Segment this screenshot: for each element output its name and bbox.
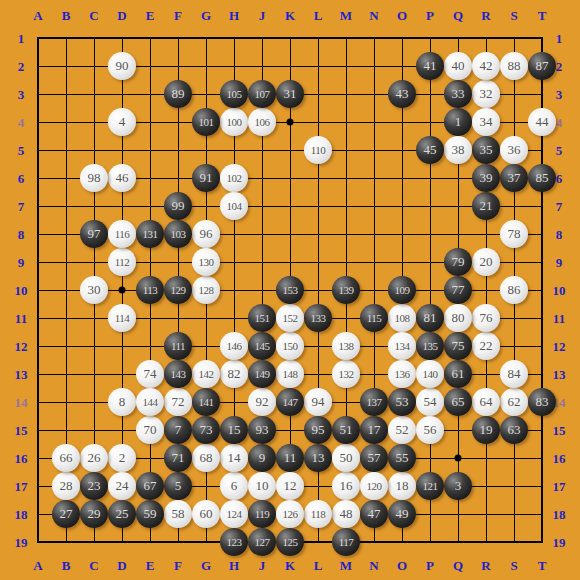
stone-H15-move-15[interactable]: 15 [220,416,248,444]
stone-M17-move-16[interactable]: 16 [332,472,360,500]
stone-F10-move-129[interactable]: 129 [164,276,192,304]
stone-move-number: 101 [199,116,214,128]
stone-J4-move-106[interactable]: 106 [248,108,276,136]
stone-move-number: 17 [368,422,381,438]
stone-M19-move-117[interactable]: 117 [332,528,360,556]
stone-move-number: 19 [480,422,493,438]
stone-G8-move-96[interactable]: 96 [192,220,220,248]
stone-G16-move-68[interactable]: 68 [192,444,220,472]
stone-L5-move-110[interactable]: 110 [304,136,332,164]
column-label-bottom-J: J [259,559,266,572]
stone-move-number: 86 [508,282,521,298]
row-label-right-16: 16 [553,452,566,465]
star-point-K4 [287,119,294,126]
stone-N16-move-57[interactable]: 57 [360,444,388,472]
stone-G10-move-128[interactable]: 128 [192,276,220,304]
stone-move-number: 82 [228,366,241,382]
column-label-top-B: B [62,9,71,22]
go-board[interactable]: AABBCCDDEEFFGGHHJJKKLLMMNNOOPPQQRRSSTT11… [0,0,580,580]
stone-O16-move-55[interactable]: 55 [388,444,416,472]
stone-C18-move-29[interactable]: 29 [80,500,108,528]
stone-S13-move-84[interactable]: 84 [500,360,528,388]
stone-move-number: 110 [311,144,326,156]
stone-move-number: 105 [227,88,242,100]
stone-F12-move-111[interactable]: 111 [164,332,192,360]
stone-R7-move-21[interactable]: 21 [472,192,500,220]
stone-M15-move-51[interactable]: 51 [332,416,360,444]
stone-move-number: 9 [259,450,266,466]
column-label-bottom-B: B [62,559,71,572]
stone-R2-move-42[interactable]: 42 [472,52,500,80]
row-label-left-2: 2 [18,60,25,73]
stone-R5-move-35[interactable]: 35 [472,136,500,164]
stone-P13-move-140[interactable]: 140 [416,360,444,388]
row-label-left-15: 15 [15,424,28,437]
row-label-right-15: 15 [553,424,566,437]
stone-move-number: 120 [367,480,382,492]
stone-move-number: 117 [339,536,354,548]
stone-K13-move-148[interactable]: 148 [276,360,304,388]
stone-K16-move-11[interactable]: 11 [276,444,304,472]
stone-move-number: 49 [396,506,409,522]
stone-move-number: 106 [255,116,270,128]
stone-move-number: 53 [396,394,409,410]
row-label-left-5: 5 [18,144,25,157]
stone-move-number: 8 [119,394,126,410]
stone-move-number: 71 [172,450,185,466]
stone-H13-move-82[interactable]: 82 [220,360,248,388]
stone-move-number: 42 [480,58,493,74]
stone-G6-move-91[interactable]: 91 [192,164,220,192]
stone-C10-move-30[interactable]: 30 [80,276,108,304]
stone-move-number: 147 [283,396,298,408]
stone-move-number: 16 [340,478,353,494]
stone-N17-move-120[interactable]: 120 [360,472,388,500]
stone-H7-move-104[interactable]: 104 [220,192,248,220]
stone-move-number: 114 [115,312,130,324]
stone-R3-move-32[interactable]: 32 [472,80,500,108]
stone-move-number: 90 [116,58,129,74]
stone-move-number: 2 [119,450,126,466]
stone-move-number: 35 [480,142,493,158]
stone-move-number: 102 [227,172,242,184]
column-label-bottom-R: R [481,559,490,572]
stone-move-number: 111 [171,340,185,352]
stone-J15-move-93[interactable]: 93 [248,416,276,444]
stone-K14-move-147[interactable]: 147 [276,388,304,416]
stone-J3-move-107[interactable]: 107 [248,80,276,108]
stone-K11-move-152[interactable]: 152 [276,304,304,332]
stone-Q5-move-38[interactable]: 38 [444,136,472,164]
stone-J13-move-149[interactable]: 149 [248,360,276,388]
stone-move-number: 91 [200,170,213,186]
stone-S6-move-37[interactable]: 37 [500,164,528,192]
stone-N15-move-17[interactable]: 17 [360,416,388,444]
stone-B18-move-27[interactable]: 27 [52,500,80,528]
stone-J11-move-151[interactable]: 151 [248,304,276,332]
stone-K17-move-12[interactable]: 12 [276,472,304,500]
stone-move-number: 36 [508,142,521,158]
stone-move-number: 59 [144,506,157,522]
stone-move-number: 93 [256,422,269,438]
stone-move-number: 62 [508,394,521,410]
row-label-left-9: 9 [18,256,25,269]
stone-M13-move-132[interactable]: 132 [332,360,360,388]
stone-O12-move-134[interactable]: 134 [388,332,416,360]
stone-Q10-move-77[interactable]: 77 [444,276,472,304]
stone-P5-move-45[interactable]: 45 [416,136,444,164]
stone-move-number: 75 [452,338,465,354]
stone-move-number: 51 [340,422,353,438]
row-label-left-19: 19 [15,536,28,549]
column-label-bottom-H: H [229,559,239,572]
stone-F13-move-143[interactable]: 143 [164,360,192,388]
stone-D17-move-24[interactable]: 24 [108,472,136,500]
stone-move-number: 84 [508,366,521,382]
stone-R14-move-64[interactable]: 64 [472,388,500,416]
column-label-bottom-T: T [538,559,547,572]
stone-K3-move-31[interactable]: 31 [276,80,304,108]
stone-S10-move-86[interactable]: 86 [500,276,528,304]
column-label-top-S: S [510,9,517,22]
stone-E13-move-74[interactable]: 74 [136,360,164,388]
stone-M16-move-50[interactable]: 50 [332,444,360,472]
column-label-bottom-S: S [510,559,517,572]
stone-move-number: 97 [88,226,101,242]
stone-C8-move-97[interactable]: 97 [80,220,108,248]
star-point-D10 [119,287,126,294]
stone-move-number: 11 [284,450,297,466]
stone-E8-move-131[interactable]: 131 [136,220,164,248]
stone-Q2-move-40[interactable]: 40 [444,52,472,80]
stone-P17-move-121[interactable]: 121 [416,472,444,500]
row-label-left-6: 6 [18,172,25,185]
stone-L16-move-13[interactable]: 13 [304,444,332,472]
stone-R9-move-20[interactable]: 20 [472,248,500,276]
stone-D18-move-25[interactable]: 25 [108,500,136,528]
stone-move-number: 6 [231,478,238,494]
stone-Q11-move-80[interactable]: 80 [444,304,472,332]
stone-T6-move-85[interactable]: 85 [528,164,556,192]
stone-move-number: 46 [116,170,129,186]
stone-move-number: 74 [144,366,157,382]
column-label-bottom-D: D [117,559,126,572]
stone-move-number: 88 [508,58,521,74]
stone-B16-move-66[interactable]: 66 [52,444,80,472]
stone-move-number: 54 [424,394,437,410]
row-label-right-5: 5 [556,144,563,157]
stone-move-number: 95 [312,422,325,438]
stone-O10-move-109[interactable]: 109 [388,276,416,304]
stone-H6-move-102[interactable]: 102 [220,164,248,192]
stone-F15-move-7[interactable]: 7 [164,416,192,444]
stone-J12-move-145[interactable]: 145 [248,332,276,360]
stone-D2-move-90[interactable]: 90 [108,52,136,80]
stone-move-number: 58 [172,506,185,522]
stone-F8-move-103[interactable]: 103 [164,220,192,248]
stone-L18-move-118[interactable]: 118 [304,500,332,528]
column-label-top-A: A [33,9,42,22]
stone-F17-move-5[interactable]: 5 [164,472,192,500]
stone-N18-move-47[interactable]: 47 [360,500,388,528]
row-label-right-7: 7 [556,200,563,213]
stone-G14-move-141[interactable]: 141 [192,388,220,416]
stone-move-number: 52 [396,422,409,438]
stone-move-number: 72 [172,394,185,410]
stone-move-number: 118 [311,508,326,520]
stone-O15-move-52[interactable]: 52 [388,416,416,444]
stone-move-number: 1 [455,114,462,130]
stone-move-number: 107 [255,88,270,100]
stone-Q14-move-65[interactable]: 65 [444,388,472,416]
stone-D6-move-46[interactable]: 46 [108,164,136,192]
stone-C6-move-98[interactable]: 98 [80,164,108,192]
stone-move-number: 87 [536,58,549,74]
stone-S8-move-78[interactable]: 78 [500,220,528,248]
stone-Q13-move-61[interactable]: 61 [444,360,472,388]
column-label-bottom-Q: Q [453,559,463,572]
stone-G18-move-60[interactable]: 60 [192,500,220,528]
stone-H4-move-100[interactable]: 100 [220,108,248,136]
stone-move-number: 144 [143,396,158,408]
column-label-top-N: N [369,9,378,22]
stone-E18-move-59[interactable]: 59 [136,500,164,528]
stone-move-number: 96 [200,226,213,242]
stone-O17-move-18[interactable]: 18 [388,472,416,500]
stone-G15-move-73[interactable]: 73 [192,416,220,444]
stone-move-number: 135 [423,340,438,352]
stone-move-number: 126 [283,508,298,520]
stone-move-number: 115 [367,312,382,324]
stone-move-number: 65 [452,394,465,410]
stone-move-number: 22 [480,338,493,354]
stone-Q4-move-1[interactable]: 1 [444,108,472,136]
column-label-bottom-M: M [340,559,352,572]
stone-H3-move-105[interactable]: 105 [220,80,248,108]
stone-F7-move-99[interactable]: 99 [164,192,192,220]
column-label-bottom-P: P [426,559,434,572]
stone-H19-move-123[interactable]: 123 [220,528,248,556]
stone-move-number: 3 [455,478,462,494]
stone-move-number: 13 [312,450,325,466]
stone-S5-move-36[interactable]: 36 [500,136,528,164]
row-label-right-1: 1 [556,32,563,45]
stone-E14-move-144[interactable]: 144 [136,388,164,416]
stone-M10-move-139[interactable]: 139 [332,276,360,304]
stone-D16-move-2[interactable]: 2 [108,444,136,472]
stone-M12-move-138[interactable]: 138 [332,332,360,360]
column-label-top-K: K [285,9,295,22]
stone-move-number: 31 [284,86,297,102]
stone-O18-move-49[interactable]: 49 [388,500,416,528]
stone-L11-move-133[interactable]: 133 [304,304,332,332]
stone-move-number: 79 [452,254,465,270]
stone-move-number: 30 [88,282,101,298]
grid-line-vertical [430,37,431,543]
stone-D4-move-4[interactable]: 4 [108,108,136,136]
row-label-right-2: 2 [556,60,563,73]
stone-R11-move-76[interactable]: 76 [472,304,500,332]
stone-F16-move-71[interactable]: 71 [164,444,192,472]
stone-move-number: 66 [60,450,73,466]
stone-C17-move-23[interactable]: 23 [80,472,108,500]
stone-J16-move-9[interactable]: 9 [248,444,276,472]
column-label-top-D: D [117,9,126,22]
stone-O13-move-136[interactable]: 136 [388,360,416,388]
stone-C16-move-26[interactable]: 26 [80,444,108,472]
stone-H16-move-14[interactable]: 14 [220,444,248,472]
stone-P15-move-56[interactable]: 56 [416,416,444,444]
stone-K19-move-125[interactable]: 125 [276,528,304,556]
row-label-left-4: 4 [18,116,25,129]
stone-J14-move-92[interactable]: 92 [248,388,276,416]
stone-H17-move-6[interactable]: 6 [220,472,248,500]
stone-R15-move-19[interactable]: 19 [472,416,500,444]
stone-F3-move-89[interactable]: 89 [164,80,192,108]
stone-L15-move-95[interactable]: 95 [304,416,332,444]
stone-M18-move-48[interactable]: 48 [332,500,360,528]
stone-D8-move-116[interactable]: 116 [108,220,136,248]
stone-move-number: 25 [116,506,129,522]
stone-O3-move-43[interactable]: 43 [388,80,416,108]
stone-G4-move-101[interactable]: 101 [192,108,220,136]
stone-K10-move-153[interactable]: 153 [276,276,304,304]
stone-F18-move-58[interactable]: 58 [164,500,192,528]
row-label-right-13: 13 [553,368,566,381]
stone-move-number: 67 [144,478,157,494]
stone-O11-move-108[interactable]: 108 [388,304,416,332]
stone-move-number: 92 [256,394,269,410]
stone-F14-move-72[interactable]: 72 [164,388,192,416]
stone-move-number: 131 [143,228,158,240]
stone-move-number: 43 [396,86,409,102]
stone-T4-move-44[interactable]: 44 [528,108,556,136]
row-label-right-4: 4 [556,116,563,129]
stone-K18-move-126[interactable]: 126 [276,500,304,528]
stone-G13-move-142[interactable]: 142 [192,360,220,388]
column-label-bottom-K: K [285,559,295,572]
stone-move-number: 134 [395,340,410,352]
stone-P2-move-41[interactable]: 41 [416,52,444,80]
stone-J17-move-10[interactable]: 10 [248,472,276,500]
stone-D11-move-114[interactable]: 114 [108,304,136,332]
stone-S2-move-88[interactable]: 88 [500,52,528,80]
stone-R6-move-39[interactable]: 39 [472,164,500,192]
stone-move-number: 153 [283,284,298,296]
column-label-bottom-E: E [146,559,155,572]
stone-N14-move-137[interactable]: 137 [360,388,388,416]
stone-move-number: 73 [200,422,213,438]
stone-move-number: 64 [480,394,493,410]
stone-L14-move-94[interactable]: 94 [304,388,332,416]
stone-H12-move-146[interactable]: 146 [220,332,248,360]
stone-Q12-move-75[interactable]: 75 [444,332,472,360]
stone-move-number: 61 [452,366,465,382]
stone-S14-move-62[interactable]: 62 [500,388,528,416]
column-label-bottom-F: F [174,559,182,572]
stone-Q3-move-33[interactable]: 33 [444,80,472,108]
stone-J18-move-119[interactable]: 119 [248,500,276,528]
row-label-right-9: 9 [556,256,563,269]
row-label-left-13: 13 [15,368,28,381]
stone-P11-move-81[interactable]: 81 [416,304,444,332]
stone-move-number: 121 [423,480,438,492]
stone-E10-move-113[interactable]: 113 [136,276,164,304]
stone-move-number: 63 [508,422,521,438]
stone-move-number: 45 [424,142,437,158]
stone-P14-move-54[interactable]: 54 [416,388,444,416]
stone-E17-move-67[interactable]: 67 [136,472,164,500]
row-label-left-1: 1 [18,32,25,45]
column-label-top-L: L [314,9,323,22]
stone-N11-move-115[interactable]: 115 [360,304,388,332]
column-label-top-F: F [174,9,182,22]
stone-move-number: 98 [88,170,101,186]
stone-T2-move-87[interactable]: 87 [528,52,556,80]
stone-move-number: 40 [452,58,465,74]
stone-move-number: 68 [200,450,213,466]
stone-move-number: 81 [424,310,437,326]
stone-T14-move-83[interactable]: 83 [528,388,556,416]
stone-move-number: 12 [284,478,297,494]
stone-move-number: 113 [143,284,158,296]
stone-O14-move-53[interactable]: 53 [388,388,416,416]
stone-D9-move-112[interactable]: 112 [108,248,136,276]
stone-move-number: 143 [171,368,186,380]
stone-move-number: 150 [283,340,298,352]
column-label-top-M: M [340,9,352,22]
stone-S15-move-63[interactable]: 63 [500,416,528,444]
row-label-left-14: 14 [15,396,28,409]
row-label-right-18: 18 [553,508,566,521]
stone-move-number: 145 [255,340,270,352]
stone-B17-move-28[interactable]: 28 [52,472,80,500]
column-label-top-P: P [426,9,434,22]
stone-H18-move-124[interactable]: 124 [220,500,248,528]
stone-move-number: 109 [395,284,410,296]
stone-R12-move-22[interactable]: 22 [472,332,500,360]
row-label-right-3: 3 [556,88,563,101]
stone-J19-move-127[interactable]: 127 [248,528,276,556]
column-label-top-T: T [538,9,547,22]
stone-R4-move-34[interactable]: 34 [472,108,500,136]
stone-move-number: 70 [144,422,157,438]
stone-move-number: 104 [227,200,242,212]
column-label-bottom-A: A [33,559,42,572]
stone-move-number: 94 [312,394,325,410]
stone-move-number: 57 [368,450,381,466]
stone-K12-move-150[interactable]: 150 [276,332,304,360]
row-label-right-8: 8 [556,228,563,241]
stone-move-number: 128 [199,284,214,296]
column-label-bottom-O: O [397,559,407,572]
stone-move-number: 7 [175,422,182,438]
stone-D14-move-8[interactable]: 8 [108,388,136,416]
stone-move-number: 47 [368,506,381,522]
stone-move-number: 44 [536,114,549,130]
stone-Q9-move-79[interactable]: 79 [444,248,472,276]
stone-move-number: 28 [60,478,73,494]
stone-move-number: 18 [396,478,409,494]
stone-P12-move-135[interactable]: 135 [416,332,444,360]
stone-move-number: 32 [480,86,493,102]
stone-E15-move-70[interactable]: 70 [136,416,164,444]
stone-move-number: 132 [339,368,354,380]
stone-G9-move-130[interactable]: 130 [192,248,220,276]
stone-move-number: 149 [255,368,270,380]
row-label-right-17: 17 [553,480,566,493]
stone-Q17-move-3[interactable]: 3 [444,472,472,500]
